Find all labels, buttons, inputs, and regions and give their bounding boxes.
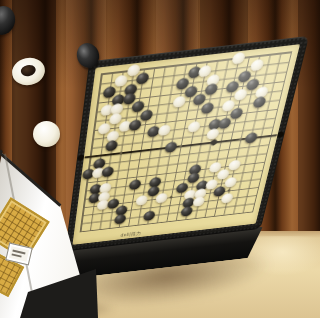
surface-glare xyxy=(72,44,300,245)
loose-white-stone xyxy=(33,121,60,147)
packaging-box xyxy=(0,146,98,318)
product-photo-scene: deli|得力 xyxy=(0,0,320,318)
black-stone-on-white xyxy=(20,64,37,78)
board-surface: deli|得力 xyxy=(72,44,300,245)
box-label-text-line xyxy=(12,253,22,257)
